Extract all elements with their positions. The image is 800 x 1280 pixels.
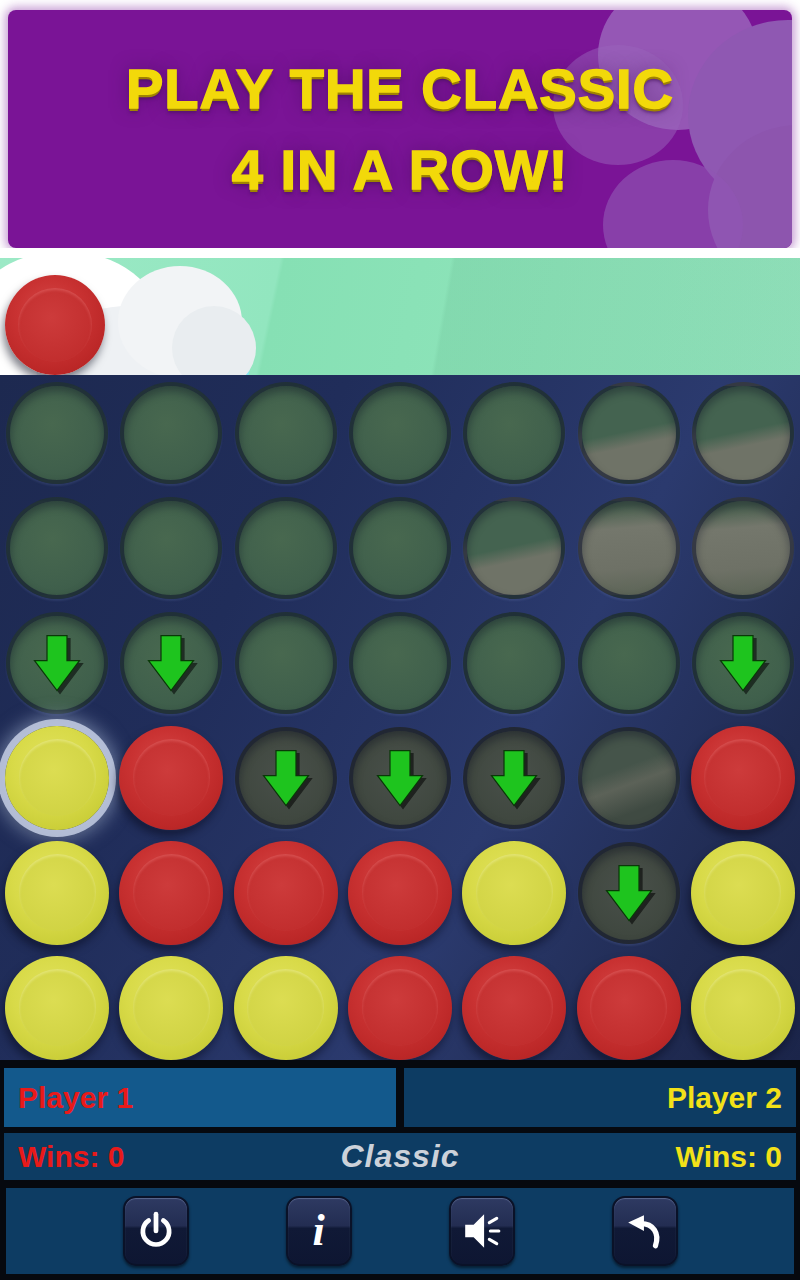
power-button[interactable] xyxy=(123,1196,189,1266)
yellow-disc-last-move xyxy=(5,726,109,830)
cell-r6c6[interactable] xyxy=(571,950,685,1065)
cell-r6c4[interactable] xyxy=(343,950,457,1065)
cell-r4c4[interactable] xyxy=(343,720,457,835)
board-hole xyxy=(235,382,337,484)
board-hole xyxy=(692,612,794,714)
red-disc xyxy=(234,841,338,945)
cell-r2c3[interactable] xyxy=(229,490,343,605)
cell-r1c4[interactable] xyxy=(343,375,457,490)
yellow-disc xyxy=(462,841,566,945)
cell-r6c3[interactable] xyxy=(229,950,343,1065)
yellow-disc xyxy=(691,956,795,1060)
yellow-disc xyxy=(119,956,223,1060)
undo-arrow-icon xyxy=(624,1210,666,1252)
player1-wins: Wins: 0 xyxy=(18,1140,124,1174)
board-hole xyxy=(235,727,337,829)
banner-title: PLAY THE CLASSIC 4 IN A ROW! xyxy=(8,10,792,248)
board-hole xyxy=(692,497,794,599)
banner-title-line2: 4 IN A ROW! xyxy=(232,137,569,202)
board-hole xyxy=(463,612,565,714)
cell-r1c7[interactable] xyxy=(686,375,800,490)
cell-r6c7[interactable] xyxy=(686,950,800,1065)
cell-r5c1[interactable] xyxy=(0,835,114,950)
cell-r5c2[interactable] xyxy=(114,835,228,950)
board-hole xyxy=(120,497,222,599)
red-disc xyxy=(577,956,681,1060)
board-hole xyxy=(463,382,565,484)
banner-title-line1: PLAY THE CLASSIC xyxy=(126,56,674,121)
cell-r6c5[interactable] xyxy=(457,950,571,1065)
cell-r3c5[interactable] xyxy=(457,605,571,720)
cell-r3c4[interactable] xyxy=(343,605,457,720)
cell-r3c7[interactable] xyxy=(686,605,800,720)
cell-r6c1[interactable] xyxy=(0,950,114,1065)
drop-arrow-icon xyxy=(375,748,425,808)
board-hole xyxy=(349,497,451,599)
board-hole xyxy=(6,382,108,484)
cell-r4c5[interactable] xyxy=(457,720,571,835)
board-hole xyxy=(463,727,565,829)
board-hole xyxy=(235,497,337,599)
cell-r5c5[interactable] xyxy=(457,835,571,950)
yellow-disc xyxy=(691,841,795,945)
cell-r5c4[interactable] xyxy=(343,835,457,950)
player2-name: Player 2 xyxy=(667,1081,782,1115)
cell-r3c2[interactable] xyxy=(114,605,228,720)
board-hole xyxy=(578,727,680,829)
cell-r4c2[interactable] xyxy=(114,720,228,835)
app-screen: PLAY THE CLASSIC 4 IN A ROW! Player 1 Pl… xyxy=(0,0,800,1280)
drop-arrow-icon xyxy=(261,748,311,808)
red-disc xyxy=(119,726,223,830)
cell-r3c3[interactable] xyxy=(229,605,343,720)
info-button[interactable]: i xyxy=(286,1196,352,1266)
drop-arrow-icon xyxy=(489,748,539,808)
red-disc xyxy=(348,956,452,1060)
cell-r2c5[interactable] xyxy=(457,490,571,605)
board-hole xyxy=(349,612,451,714)
board-hole xyxy=(6,497,108,599)
drop-arrow-icon xyxy=(604,863,654,923)
cell-r3c1[interactable] xyxy=(0,605,114,720)
cell-r1c2[interactable] xyxy=(114,375,228,490)
drop-arrow-icon xyxy=(32,633,82,693)
drop-arrow-icon xyxy=(146,633,196,693)
board-hole xyxy=(578,612,680,714)
cell-r2c7[interactable] xyxy=(686,490,800,605)
cell-r4c3[interactable] xyxy=(229,720,343,835)
yellow-disc xyxy=(5,956,109,1060)
power-icon xyxy=(135,1210,177,1252)
red-disc xyxy=(691,726,795,830)
speaker-icon xyxy=(461,1210,503,1252)
board-hole xyxy=(349,382,451,484)
board-hole xyxy=(120,382,222,484)
banner: PLAY THE CLASSIC 4 IN A ROW! xyxy=(8,10,792,248)
red-disc xyxy=(348,841,452,945)
toolbar: i xyxy=(6,1188,794,1274)
board-hole xyxy=(120,612,222,714)
cell-r6c2[interactable] xyxy=(114,950,228,1065)
board-hole xyxy=(235,612,337,714)
cell-r4c1[interactable] xyxy=(0,720,114,835)
cell-r2c4[interactable] xyxy=(343,490,457,605)
board-hole xyxy=(578,382,680,484)
player1-name: Player 1 xyxy=(18,1081,133,1115)
cell-r1c5[interactable] xyxy=(457,375,571,490)
board-hole xyxy=(463,497,565,599)
yellow-disc xyxy=(5,841,109,945)
cell-r4c6[interactable] xyxy=(571,720,685,835)
player2-bar: Player 2 xyxy=(404,1068,796,1127)
sky-background xyxy=(0,248,800,375)
yellow-disc xyxy=(234,956,338,1060)
cell-r5c6[interactable] xyxy=(571,835,685,950)
red-disc xyxy=(462,956,566,1060)
board-hole xyxy=(578,842,680,944)
drop-arrow-icon xyxy=(718,633,768,693)
cell-r1c3[interactable] xyxy=(229,375,343,490)
cell-r2c6[interactable] xyxy=(571,490,685,605)
info-icon: i xyxy=(312,1209,324,1253)
cell-r4c7[interactable] xyxy=(686,720,800,835)
cell-r1c1[interactable] xyxy=(0,375,114,490)
cell-r3c6[interactable] xyxy=(571,605,685,720)
sound-button[interactable] xyxy=(449,1196,515,1266)
wins-bar: Wins: 0 Classic Wins: 0 xyxy=(4,1133,796,1180)
cell-r5c7[interactable] xyxy=(686,835,800,950)
cell-r1c6[interactable] xyxy=(571,375,685,490)
red-disc xyxy=(119,841,223,945)
board-hole xyxy=(578,497,680,599)
board-hole xyxy=(692,382,794,484)
game-board xyxy=(0,375,800,1065)
board-hole xyxy=(6,612,108,714)
board-hole xyxy=(349,727,451,829)
cell-r2c1[interactable] xyxy=(0,490,114,605)
undo-button[interactable] xyxy=(612,1196,678,1266)
red-disc-decoration xyxy=(5,275,105,375)
cell-r2c2[interactable] xyxy=(114,490,228,605)
cell-r5c3[interactable] xyxy=(229,835,343,950)
player1-bar: Player 1 xyxy=(4,1068,396,1127)
player2-wins: Wins: 0 xyxy=(676,1140,782,1174)
mode-label: Classic xyxy=(340,1138,459,1175)
